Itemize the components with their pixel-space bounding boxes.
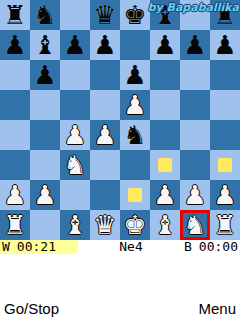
black-king-e8: ♚ — [123, 0, 146, 30]
square-a2[interactable]: ♟ — [0, 180, 30, 210]
square-g1[interactable]: ♞ — [180, 210, 210, 240]
square-d2[interactable] — [90, 180, 120, 210]
square-a6[interactable] — [0, 60, 30, 90]
square-c4[interactable]: ♟ — [60, 120, 90, 150]
white-pawn-g2: ♟ — [183, 180, 206, 210]
softkey-go-stop[interactable]: Go/Stop — [0, 300, 59, 317]
square-a5[interactable] — [0, 90, 30, 120]
black-bishop-b7: ♝ — [33, 30, 56, 60]
square-a3[interactable] — [0, 150, 30, 180]
square-h5[interactable] — [210, 90, 240, 120]
square-b6[interactable]: ♟ — [30, 60, 60, 90]
legal-move-marker — [218, 158, 232, 172]
phone-screen: ♜♞♛♚♝♜♟♝♟♟♟♟♟♟♟♟♟♟♞♞♟♟♟♟♟♜♝♛♚♝♞♜ by Bapa… — [0, 0, 240, 320]
black-pawn-b6: ♟ — [33, 60, 56, 90]
black-clock-label: B — [184, 240, 192, 254]
white-pawn-h2: ♟ — [213, 180, 236, 210]
square-c8[interactable] — [60, 0, 90, 30]
watermark-text: by Bapaballika — [148, 1, 239, 14]
square-g3[interactable] — [180, 150, 210, 180]
square-h4[interactable] — [210, 120, 240, 150]
black-pawn-g7: ♟ — [183, 30, 206, 60]
square-f5[interactable] — [150, 90, 180, 120]
white-pawn-b2: ♟ — [33, 180, 56, 210]
square-h6[interactable] — [210, 60, 240, 90]
square-c5[interactable] — [60, 90, 90, 120]
square-f6[interactable] — [150, 60, 180, 90]
square-e2[interactable] — [120, 180, 150, 210]
square-c6[interactable] — [60, 60, 90, 90]
white-clock: W00:21 — [0, 240, 78, 254]
black-rook-a8: ♜ — [3, 0, 26, 30]
white-rook-a1: ♜ — [3, 210, 26, 240]
square-b5[interactable] — [30, 90, 60, 120]
square-d1[interactable]: ♛ — [90, 210, 120, 240]
white-bishop-f1: ♝ — [153, 210, 176, 240]
square-h1[interactable]: ♜ — [210, 210, 240, 240]
black-knight-e4: ♞ — [123, 120, 146, 150]
square-c2[interactable] — [60, 180, 90, 210]
square-d3[interactable] — [90, 150, 120, 180]
white-pawn-e5: ♟ — [123, 90, 146, 120]
black-clock-time: 00:00 — [199, 239, 238, 254]
square-d6[interactable] — [90, 60, 120, 90]
square-c7[interactable]: ♟ — [60, 30, 90, 60]
white-knight-g1: ♞ — [183, 210, 206, 240]
square-g5[interactable] — [180, 90, 210, 120]
square-e5[interactable]: ♟ — [120, 90, 150, 120]
square-f2[interactable]: ♟ — [150, 180, 180, 210]
square-b7[interactable]: ♝ — [30, 30, 60, 60]
black-knight-b8: ♞ — [33, 0, 56, 30]
softkey-menu[interactable]: Menu — [198, 300, 240, 317]
black-pawn-h7: ♟ — [213, 30, 236, 60]
black-clock: B00:00 — [184, 240, 240, 254]
black-pawn-c7: ♟ — [63, 30, 86, 60]
black-pawn-f7: ♟ — [153, 30, 176, 60]
square-e6[interactable]: ♟ — [120, 60, 150, 90]
square-a7[interactable]: ♟ — [0, 30, 30, 60]
square-d5[interactable] — [90, 90, 120, 120]
square-c1[interactable]: ♝ — [60, 210, 90, 240]
square-a8[interactable]: ♜ — [0, 0, 30, 30]
black-pawn-e6: ♟ — [123, 60, 146, 90]
square-h3[interactable] — [210, 150, 240, 180]
black-pawn-d7: ♟ — [93, 30, 116, 60]
square-e4[interactable]: ♞ — [120, 120, 150, 150]
square-g7[interactable]: ♟ — [180, 30, 210, 60]
square-g2[interactable]: ♟ — [180, 180, 210, 210]
square-g6[interactable] — [180, 60, 210, 90]
legal-move-marker — [128, 188, 142, 202]
white-clock-time: 00:21 — [17, 239, 56, 254]
legal-move-marker — [158, 158, 172, 172]
square-d4[interactable]: ♟ — [90, 120, 120, 150]
status-bar: W00:21 Ne4 B00:00 — [0, 240, 240, 258]
softkey-bar: Go/Stop Menu — [0, 297, 240, 319]
square-b3[interactable] — [30, 150, 60, 180]
chess-board: ♜♞♛♚♝♜♟♝♟♟♟♟♟♟♟♟♟♟♞♞♟♟♟♟♟♜♝♛♚♝♞♜ — [0, 0, 240, 240]
square-e8[interactable]: ♚ — [120, 0, 150, 30]
square-d8[interactable]: ♛ — [90, 0, 120, 30]
square-h7[interactable]: ♟ — [210, 30, 240, 60]
white-king-e1: ♚ — [123, 210, 146, 240]
square-c3[interactable]: ♞ — [60, 150, 90, 180]
white-rook-h1: ♜ — [213, 210, 236, 240]
square-d7[interactable]: ♟ — [90, 30, 120, 60]
square-b2[interactable]: ♟ — [30, 180, 60, 210]
white-pawn-f2: ♟ — [153, 180, 176, 210]
white-pawn-a2: ♟ — [3, 180, 26, 210]
square-e1[interactable]: ♚ — [120, 210, 150, 240]
square-f7[interactable]: ♟ — [150, 30, 180, 60]
white-bishop-c1: ♝ — [63, 210, 86, 240]
square-a1[interactable]: ♜ — [0, 210, 30, 240]
square-f1[interactable]: ♝ — [150, 210, 180, 240]
square-e3[interactable] — [120, 150, 150, 180]
square-f4[interactable] — [150, 120, 180, 150]
square-b1[interactable] — [30, 210, 60, 240]
square-a4[interactable] — [0, 120, 30, 150]
square-e7[interactable] — [120, 30, 150, 60]
white-knight-c3: ♞ — [63, 150, 86, 180]
last-move-text: Ne4 — [119, 240, 142, 254]
square-g4[interactable] — [180, 120, 210, 150]
white-pawn-d4: ♟ — [93, 120, 116, 150]
square-h2[interactable]: ♟ — [210, 180, 240, 210]
square-f3[interactable] — [150, 150, 180, 180]
white-clock-label: W — [2, 240, 10, 254]
square-b8[interactable]: ♞ — [30, 0, 60, 30]
black-pawn-a7: ♟ — [3, 30, 26, 60]
black-queen-d8: ♛ — [93, 0, 116, 30]
white-pawn-c4: ♟ — [63, 120, 86, 150]
square-b4[interactable] — [30, 120, 60, 150]
white-queen-d1: ♛ — [93, 210, 116, 240]
